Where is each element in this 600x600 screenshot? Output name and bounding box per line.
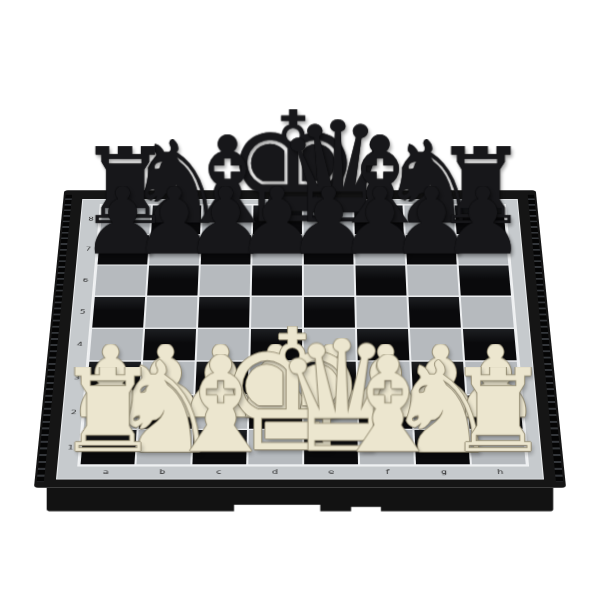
file-label-f: f: [359, 467, 416, 477]
file-label-h: h: [472, 467, 529, 477]
square-b6[interactable]: [147, 266, 199, 296]
square-c1[interactable]: ♝: [192, 430, 247, 464]
square-d6[interactable]: [252, 266, 302, 296]
piece-white-bishop-c1[interactable]: ♝: [161, 354, 278, 457]
case-latch-notch: [351, 507, 381, 512]
piece-white-rook-h1[interactable]: ♜: [440, 367, 557, 457]
piece-white-bishop-f1[interactable]: ♝: [328, 354, 445, 457]
file-label-c: c: [190, 467, 247, 477]
square-c6[interactable]: [199, 266, 250, 296]
square-h5[interactable]: [461, 297, 514, 328]
square-a6[interactable]: [95, 266, 147, 296]
file-label-a: a: [77, 467, 134, 477]
folding-case-frame: 87654321 abcdefgh ♜♞♝♚♛♝♞♜♟♟♟♟♟♟♟♟♟♟♟♟♟♟…: [34, 190, 566, 487]
case-front-edge: [47, 488, 554, 511]
file-label-b: b: [134, 467, 191, 477]
square-f6[interactable]: [356, 266, 407, 296]
board-perspective-wrapper: 87654321 abcdefgh ♜♞♝♚♛♝♞♜♟♟♟♟♟♟♟♟♟♟♟♟♟♟…: [34, 190, 566, 487]
square-a5[interactable]: [92, 297, 145, 328]
rank-label-6: 6: [76, 265, 94, 296]
square-g5[interactable]: [409, 297, 461, 328]
case-latch-notch: [234, 505, 320, 512]
piece-black-pawn-h7[interactable]: ♟: [429, 186, 537, 259]
piece-white-rook-a1[interactable]: ♜: [50, 367, 167, 457]
square-h1[interactable]: ♜: [470, 430, 526, 464]
square-b5[interactable]: [145, 297, 197, 328]
square-e6[interactable]: [304, 266, 354, 296]
chess-board: ♜♞♝♚♛♝♞♜♟♟♟♟♟♟♟♟♟♟♟♟♟♟♟♟♜♞♝♚♛♝♞♜: [78, 205, 528, 466]
chess-set-scene: 87654321 abcdefgh ♜♞♝♚♛♝♞♜♟♟♟♟♟♟♟♟♟♟♟♟♟♟…: [0, 0, 600, 600]
square-f1[interactable]: ♝: [359, 430, 414, 464]
square-a1[interactable]: ♜: [81, 430, 137, 464]
coordinate-border: 87654321 abcdefgh ♜♞♝♚♛♝♞♜♟♟♟♟♟♟♟♟♟♟♟♟♟♟…: [56, 199, 544, 479]
file-label-d: d: [247, 467, 303, 477]
file-label-e: e: [303, 467, 359, 477]
file-label-g: g: [416, 467, 473, 477]
square-h7[interactable]: ♟: [457, 235, 509, 264]
square-h6[interactable]: [459, 266, 511, 296]
square-g6[interactable]: [407, 266, 459, 296]
file-labels: abcdefgh: [77, 467, 529, 477]
rank-label-5: 5: [73, 296, 92, 328]
